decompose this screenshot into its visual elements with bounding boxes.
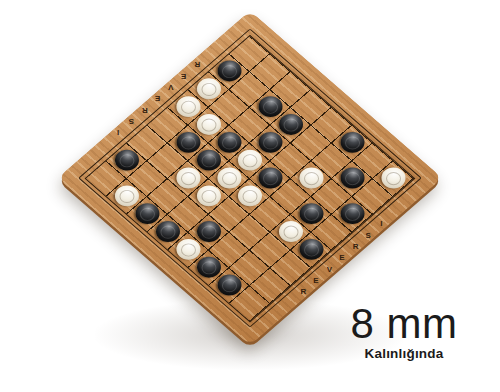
edge-letter: R [142,106,148,113]
thickness-value: 8 mm [348,303,460,345]
product-caption: 8 mm Kalınlığında [348,303,460,361]
edge-letter: E [181,71,186,78]
edge-letter: R [353,243,359,250]
board-border [78,29,422,328]
edge-letter: V [327,266,332,273]
edge-letter: E [340,255,345,262]
edge-letter: R [194,60,200,67]
edge-letter: V [168,83,173,90]
reversi-board: REVERSI ISREVER [58,11,443,346]
edge-letter: R [300,289,306,296]
edge-letter: S [129,117,134,124]
edge-letter: S [366,232,371,239]
edge-letter: I [117,128,119,135]
edge-letter: I [380,221,382,228]
edge-letter: E [314,278,319,285]
edge-letter: E [155,94,160,101]
board-grid [85,34,416,322]
thickness-label: Kalınlığında [348,346,460,361]
